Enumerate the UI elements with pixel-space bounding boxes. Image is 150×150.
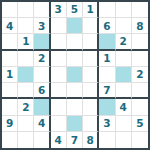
cell-r4c5[interactable] xyxy=(67,51,83,67)
cell-r1c2[interactable] xyxy=(18,2,34,18)
cell-r3c7[interactable] xyxy=(99,34,115,50)
cell-r7c2[interactable]: 2 xyxy=(18,99,34,115)
cell-r1c6[interactable]: 1 xyxy=(83,2,99,18)
cell-r6c8[interactable] xyxy=(116,83,132,99)
cell-r4c8[interactable] xyxy=(116,51,132,67)
cell-r8c6[interactable] xyxy=(83,116,99,132)
cell-r7c5[interactable] xyxy=(67,99,83,115)
cell-r9c5[interactable]: 7 xyxy=(67,132,83,148)
cell-r5c6[interactable] xyxy=(83,67,99,83)
cell-r5c1[interactable]: 1 xyxy=(2,67,18,83)
cell-r9c2[interactable] xyxy=(18,132,34,148)
cell-r1c1[interactable] xyxy=(2,2,18,18)
cell-r4c1[interactable] xyxy=(2,51,18,67)
cell-r5c9[interactable]: 2 xyxy=(132,67,148,83)
cell-r9c6[interactable]: 8 xyxy=(83,132,99,148)
cell-r5c3[interactable] xyxy=(34,67,50,83)
cell-r5c4[interactable] xyxy=(51,67,67,83)
cell-r2c8[interactable] xyxy=(116,18,132,34)
cell-r1c5[interactable]: 5 xyxy=(67,2,83,18)
cell-r5c2[interactable] xyxy=(18,67,34,83)
cell-r4c2[interactable] xyxy=(18,51,34,67)
cell-r8c9[interactable]: 5 xyxy=(132,116,148,132)
cell-r5c8[interactable] xyxy=(116,67,132,83)
cell-r8c1[interactable]: 9 xyxy=(2,116,18,132)
cell-r2c2[interactable] xyxy=(18,18,34,34)
cell-r6c5[interactable] xyxy=(67,83,83,99)
cell-r1c8[interactable] xyxy=(116,2,132,18)
cell-r2c7[interactable]: 6 xyxy=(99,18,115,34)
cell-r7c9[interactable] xyxy=(132,99,148,115)
cell-r6c4[interactable] xyxy=(51,83,67,99)
cell-r3c2[interactable]: 1 xyxy=(18,34,34,50)
cell-r3c3[interactable] xyxy=(34,34,50,50)
cell-r1c3[interactable] xyxy=(34,2,50,18)
cell-r2c6[interactable] xyxy=(83,18,99,34)
cell-r7c8[interactable]: 4 xyxy=(116,99,132,115)
cell-r7c4[interactable] xyxy=(51,99,67,115)
cell-r7c3[interactable] xyxy=(34,99,50,115)
cell-r9c3[interactable] xyxy=(34,132,50,148)
cell-r8c8[interactable] xyxy=(116,116,132,132)
cell-r6c1[interactable] xyxy=(2,83,18,99)
cell-r5c5[interactable] xyxy=(67,67,83,83)
cell-r3c9[interactable] xyxy=(132,34,148,50)
cell-r6c7[interactable]: 7 xyxy=(99,83,115,99)
cell-r2c9[interactable]: 8 xyxy=(132,18,148,34)
cell-r3c4[interactable] xyxy=(51,34,67,50)
cell-r3c8[interactable]: 2 xyxy=(116,34,132,50)
cell-r7c7[interactable] xyxy=(99,99,115,115)
cell-r7c1[interactable] xyxy=(2,99,18,115)
cell-r2c4[interactable] xyxy=(51,18,67,34)
cell-r6c3[interactable]: 6 xyxy=(34,83,50,99)
cell-r9c1[interactable] xyxy=(2,132,18,148)
cell-r9c8[interactable] xyxy=(116,132,132,148)
cell-r4c3[interactable]: 2 xyxy=(34,51,50,67)
cell-r1c4[interactable]: 3 xyxy=(51,2,67,18)
cell-r6c9[interactable] xyxy=(132,83,148,99)
cell-r9c9[interactable] xyxy=(132,132,148,148)
cell-r2c1[interactable]: 4 xyxy=(2,18,18,34)
cell-r4c4[interactable] xyxy=(51,51,67,67)
cell-r9c4[interactable]: 4 xyxy=(51,132,67,148)
cell-r4c7[interactable]: 1 xyxy=(99,51,115,67)
cell-r9c7[interactable] xyxy=(99,132,115,148)
cell-r1c9[interactable] xyxy=(132,2,148,18)
cell-r1c7[interactable] xyxy=(99,2,115,18)
cell-r7c6[interactable] xyxy=(83,99,99,115)
cell-r2c5[interactable] xyxy=(67,18,83,34)
cell-r2c3[interactable]: 3 xyxy=(34,18,50,34)
cell-r8c4[interactable] xyxy=(51,116,67,132)
cell-r6c6[interactable] xyxy=(83,83,99,99)
cell-r4c6[interactable] xyxy=(83,51,99,67)
cell-r8c2[interactable] xyxy=(18,116,34,132)
cell-r3c1[interactable] xyxy=(2,34,18,50)
cell-r3c5[interactable] xyxy=(67,34,83,50)
cell-r5c7[interactable] xyxy=(99,67,115,83)
cell-r3c6[interactable] xyxy=(83,34,99,50)
cell-r4c9[interactable] xyxy=(132,51,148,67)
cell-r6c2[interactable] xyxy=(18,83,34,99)
cell-r8c3[interactable]: 4 xyxy=(34,116,50,132)
cell-r8c5[interactable] xyxy=(67,116,83,132)
sudoku-board: 351436812211267249435478 xyxy=(0,0,150,150)
cell-r8c7[interactable]: 3 xyxy=(99,116,115,132)
